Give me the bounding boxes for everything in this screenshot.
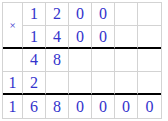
grid-cell-r2c5: 0 — [92, 26, 115, 49]
grid-cell-r1c7 — [138, 3, 161, 26]
grid-cell-r3c6 — [115, 49, 138, 72]
grid-cell-r1c4: 0 — [69, 3, 92, 26]
grid-cell-r4c4 — [69, 72, 92, 95]
multiplication-grid: ×1200140048121680000 — [2, 2, 162, 119]
grid-cell-r1c3: 2 — [46, 3, 69, 26]
grid-cell-r2c3: 4 — [46, 26, 69, 49]
grid-cell-r3c7 — [138, 49, 161, 72]
grid-cell-r3c3: 8 — [46, 49, 69, 72]
grid-cell-r5c6: 0 — [115, 95, 138, 118]
grid-cell-r4c5 — [92, 72, 115, 95]
grid-cell-r5c4: 0 — [69, 95, 92, 118]
grid-cell-r5c2: 6 — [23, 95, 46, 118]
grid-cell-r3c5 — [92, 49, 115, 72]
grid-cell-r3c4 — [69, 49, 92, 72]
grid-cell-r5c5: 0 — [92, 95, 115, 118]
grid-cell-r4c3 — [46, 72, 69, 95]
grid-cell-r5c1: 1 — [3, 95, 23, 118]
multiply-operator-cell: × — [3, 3, 23, 49]
grid-cell-r2c4: 0 — [69, 26, 92, 49]
grid-cell-r1c6 — [115, 3, 138, 26]
grid-cell-r3c1 — [3, 49, 23, 72]
grid-cell-r3c2: 4 — [23, 49, 46, 72]
grid-cell-r4c1: 1 — [3, 72, 23, 95]
grid-cell-r2c2: 1 — [23, 26, 46, 49]
grid-cell-r4c6 — [115, 72, 138, 95]
grid-cell-r5c3: 8 — [46, 95, 69, 118]
grid-cell-r1c5: 0 — [92, 3, 115, 26]
grid-cell-r1c2: 1 — [23, 3, 46, 26]
grid-cell-r4c2: 2 — [23, 72, 46, 95]
grid-cell-r4c7 — [138, 72, 161, 95]
grid-cell-r2c6 — [115, 26, 138, 49]
grid-cell-r2c7 — [138, 26, 161, 49]
grid-cell-r5c7: 0 — [138, 95, 161, 118]
